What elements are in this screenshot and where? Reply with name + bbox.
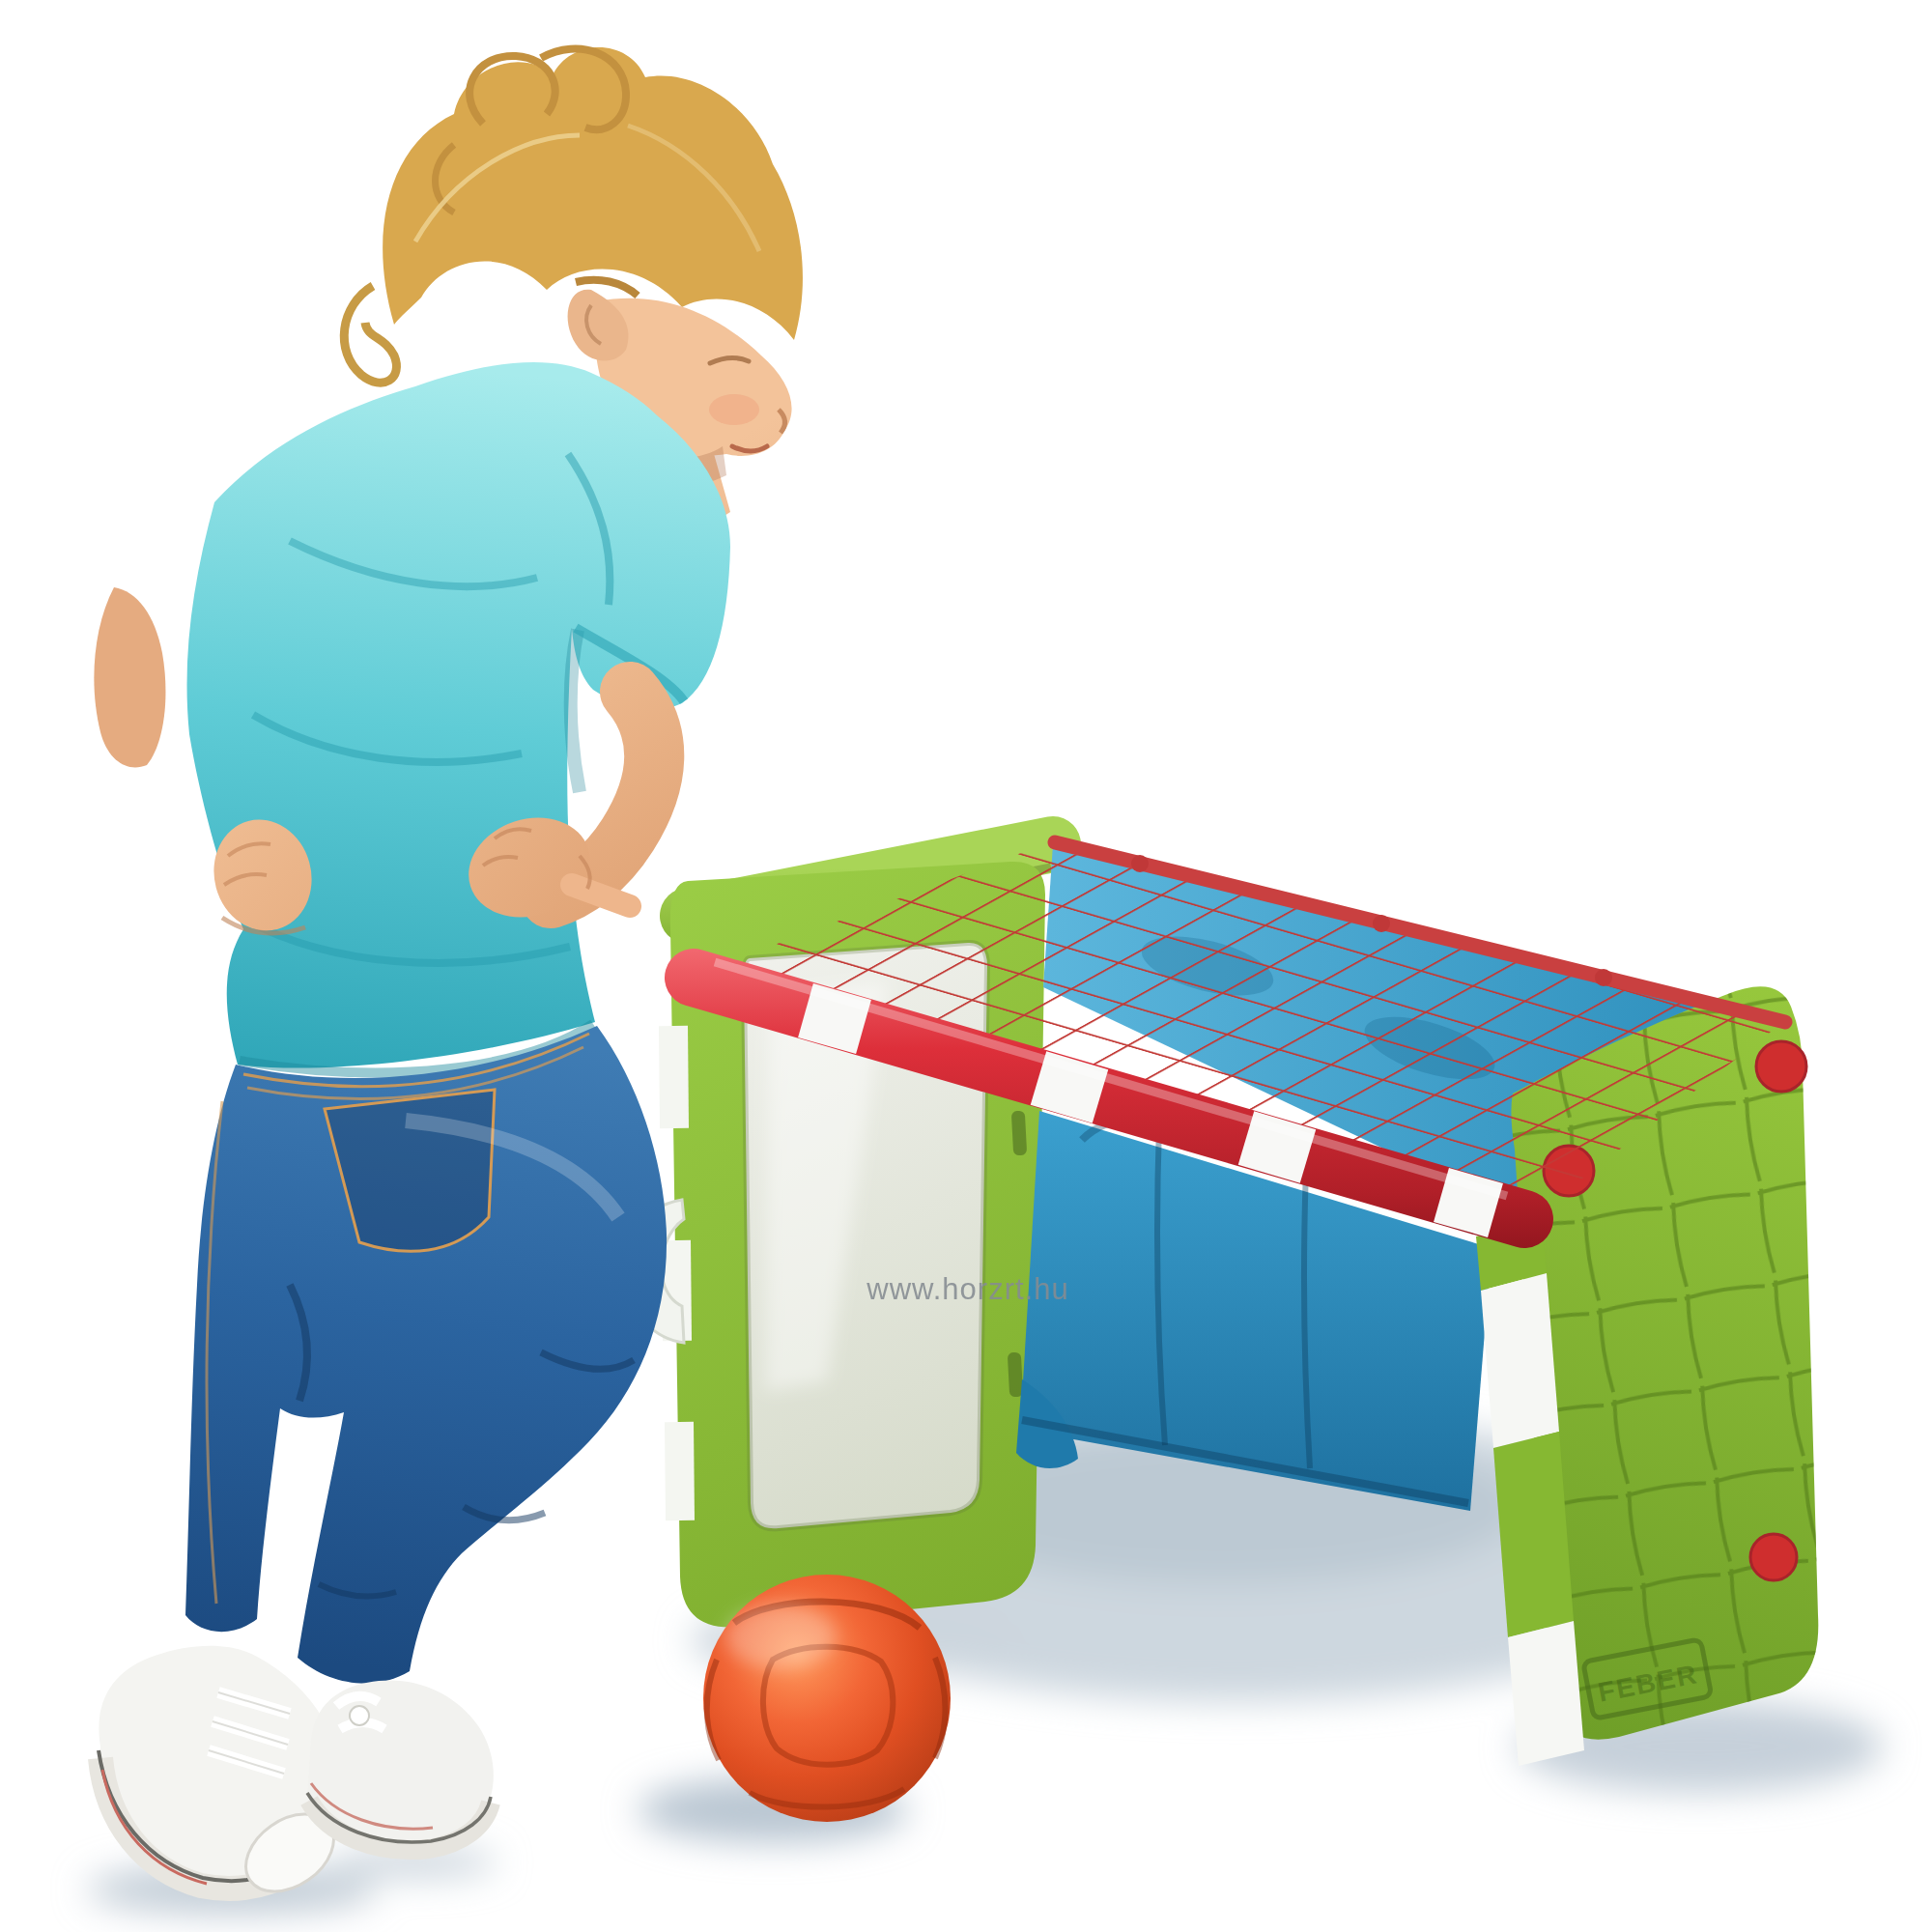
post-band-white xyxy=(1481,1273,1559,1448)
ball-body xyxy=(703,1575,951,1822)
post-stripe xyxy=(673,1026,674,1128)
crossbar-stripe xyxy=(1441,1195,1495,1210)
watermark-text: www.horzrt.hu xyxy=(866,1272,1068,1306)
screw xyxy=(1750,1534,1797,1580)
hinge-slot xyxy=(1008,1352,1023,1398)
net-hook xyxy=(1595,969,1612,986)
hinge-slot xyxy=(1011,1111,1027,1156)
cheek-blush xyxy=(709,394,759,425)
photo-stage: FEBER xyxy=(0,0,1932,1932)
scene-svg: FEBER xyxy=(0,0,1932,1932)
post-stripe xyxy=(679,1422,680,1520)
crossbar-stripe xyxy=(1038,1078,1100,1096)
lace-knot xyxy=(350,1706,369,1725)
crossbar-stripe xyxy=(806,1010,864,1027)
screw xyxy=(1756,1041,1806,1092)
crossbar-stripe xyxy=(1246,1138,1308,1156)
net-hook xyxy=(1373,915,1390,932)
post-band-white xyxy=(1508,1621,1584,1766)
net-hook xyxy=(1131,855,1149,872)
ball-highlight xyxy=(724,1604,837,1669)
ball xyxy=(703,1575,951,1822)
